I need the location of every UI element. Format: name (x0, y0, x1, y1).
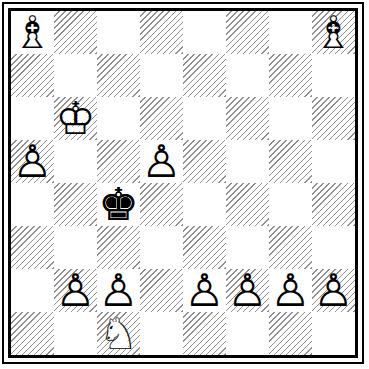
square-f3[interactable] (226, 226, 269, 269)
square-a3[interactable] (11, 226, 54, 269)
square-d6[interactable] (140, 97, 183, 140)
square-e6[interactable] (183, 97, 226, 140)
square-d3[interactable] (140, 226, 183, 269)
square-h2[interactable]: ♟♙ (312, 269, 355, 312)
white-pawn-fill: ♟ (97, 269, 140, 312)
square-b5[interactable] (54, 140, 97, 183)
white-bishop-h8: ♗ (312, 11, 355, 54)
black-king-fill: ♚ (97, 183, 140, 226)
white-pawn-fill: ♟ (269, 269, 312, 312)
square-d8[interactable] (140, 11, 183, 54)
black-king-c4: ♚ (97, 183, 140, 226)
square-e8[interactable] (183, 11, 226, 54)
square-f1[interactable] (226, 312, 269, 355)
square-d1[interactable] (140, 312, 183, 355)
white-pawn-e2: ♙ (183, 269, 226, 312)
white-pawn-h2: ♙ (312, 269, 355, 312)
square-c1[interactable]: ♞♘ (97, 312, 140, 355)
square-c7[interactable] (97, 54, 140, 97)
square-d4[interactable] (140, 183, 183, 226)
square-f4[interactable] (226, 183, 269, 226)
white-pawn-b2: ♙ (54, 269, 97, 312)
square-g6[interactable] (269, 97, 312, 140)
square-h5[interactable] (312, 140, 355, 183)
square-c2[interactable]: ♟♙ (97, 269, 140, 312)
white-pawn-fill: ♟ (11, 140, 54, 183)
white-pawn-c2: ♙ (97, 269, 140, 312)
square-e2[interactable]: ♟♙ (183, 269, 226, 312)
square-e7[interactable] (183, 54, 226, 97)
diagram-frame-outer: ♝♗♝♗♚♔♟♙♟♙♚♚♟♙♟♙♟♙♟♙♟♙♟♙♞♘ (2, 2, 364, 364)
white-knight-c1: ♘ (97, 312, 140, 355)
square-b2[interactable]: ♟♙ (54, 269, 97, 312)
square-b4[interactable] (54, 183, 97, 226)
square-b3[interactable] (54, 226, 97, 269)
square-g4[interactable] (269, 183, 312, 226)
chess-board: ♝♗♝♗♚♔♟♙♟♙♚♚♟♙♟♙♟♙♟♙♟♙♟♙♞♘ (11, 11, 355, 355)
white-bishop-fill: ♝ (312, 11, 355, 54)
square-a4[interactable] (11, 183, 54, 226)
square-c8[interactable] (97, 11, 140, 54)
square-c5[interactable] (97, 140, 140, 183)
square-h8[interactable]: ♝♗ (312, 11, 355, 54)
square-g1[interactable] (269, 312, 312, 355)
square-f8[interactable] (226, 11, 269, 54)
diagram-frame-inner: ♝♗♝♗♚♔♟♙♟♙♚♚♟♙♟♙♟♙♟♙♟♙♟♙♞♘ (8, 8, 358, 358)
square-b1[interactable] (54, 312, 97, 355)
square-g7[interactable] (269, 54, 312, 97)
square-h3[interactable] (312, 226, 355, 269)
white-pawn-fill: ♟ (140, 140, 183, 183)
square-e4[interactable] (183, 183, 226, 226)
square-f7[interactable] (226, 54, 269, 97)
square-g8[interactable] (269, 11, 312, 54)
white-pawn-f2: ♙ (226, 269, 269, 312)
square-g5[interactable] (269, 140, 312, 183)
square-h7[interactable] (312, 54, 355, 97)
white-king-b6: ♔ (54, 97, 97, 140)
white-pawn-fill: ♟ (54, 269, 97, 312)
square-f2[interactable]: ♟♙ (226, 269, 269, 312)
square-c3[interactable] (97, 226, 140, 269)
square-e3[interactable] (183, 226, 226, 269)
white-pawn-fill: ♟ (312, 269, 355, 312)
square-g3[interactable] (269, 226, 312, 269)
square-f5[interactable] (226, 140, 269, 183)
square-d7[interactable] (140, 54, 183, 97)
white-pawn-fill: ♟ (226, 269, 269, 312)
square-d5[interactable]: ♟♙ (140, 140, 183, 183)
square-c6[interactable] (97, 97, 140, 140)
square-a1[interactable] (11, 312, 54, 355)
square-f6[interactable] (226, 97, 269, 140)
square-b8[interactable] (54, 11, 97, 54)
square-h4[interactable] (312, 183, 355, 226)
square-g2[interactable]: ♟♙ (269, 269, 312, 312)
square-h6[interactable] (312, 97, 355, 140)
white-pawn-fill: ♟ (183, 269, 226, 312)
white-bishop-a8: ♗ (11, 11, 54, 54)
square-a5[interactable]: ♟♙ (11, 140, 54, 183)
square-b6[interactable]: ♚♔ (54, 97, 97, 140)
white-bishop-fill: ♝ (11, 11, 54, 54)
square-d2[interactable] (140, 269, 183, 312)
white-knight-fill: ♞ (97, 312, 140, 355)
square-a6[interactable] (11, 97, 54, 140)
square-h1[interactable] (312, 312, 355, 355)
square-e1[interactable] (183, 312, 226, 355)
white-pawn-d5: ♙ (140, 140, 183, 183)
square-e5[interactable] (183, 140, 226, 183)
square-a8[interactable]: ♝♗ (11, 11, 54, 54)
square-a7[interactable] (11, 54, 54, 97)
square-b7[interactable] (54, 54, 97, 97)
square-a2[interactable] (11, 269, 54, 312)
white-pawn-a5: ♙ (11, 140, 54, 183)
white-king-fill: ♚ (54, 97, 97, 140)
white-pawn-g2: ♙ (269, 269, 312, 312)
square-c4[interactable]: ♚♚ (97, 183, 140, 226)
